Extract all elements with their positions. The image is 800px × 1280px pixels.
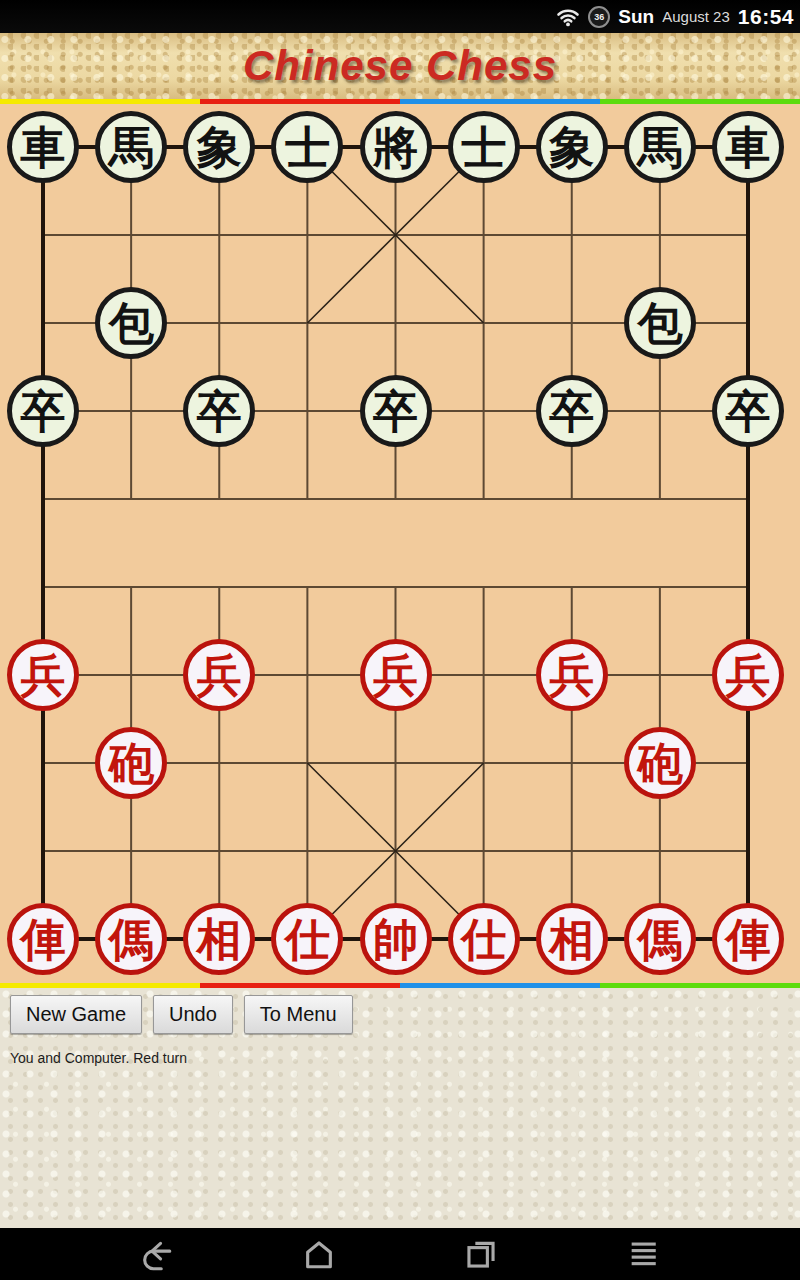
piece-red-soldier[interactable]: 兵 bbox=[712, 639, 784, 711]
android-nav-bar bbox=[0, 1228, 800, 1280]
piece-black-advisor[interactable]: 士 bbox=[448, 111, 520, 183]
button-row: New Game Undo To Menu bbox=[0, 988, 800, 1034]
piece-red-soldier[interactable]: 兵 bbox=[360, 639, 432, 711]
status-date: August 23 bbox=[662, 8, 730, 25]
piece-red-cannon[interactable]: 砲 bbox=[95, 727, 167, 799]
piece-black-horse[interactable]: 馬 bbox=[95, 111, 167, 183]
back-icon[interactable] bbox=[140, 1237, 174, 1271]
piece-black-soldier[interactable]: 卒 bbox=[360, 375, 432, 447]
piece-red-cannon[interactable]: 砲 bbox=[624, 727, 696, 799]
xiangqi-board[interactable]: 車馬象士將士象馬車包包卒卒卒卒卒兵兵兵兵兵砲砲俥傌相仕帥仕相傌俥 bbox=[0, 104, 800, 983]
piece-black-cannon[interactable]: 包 bbox=[624, 287, 696, 359]
piece-black-advisor[interactable]: 士 bbox=[271, 111, 343, 183]
control-panel: New Game Undo To Menu You and Computer. … bbox=[0, 988, 800, 1228]
game-status-text: You and Computer. Red turn bbox=[10, 1050, 800, 1066]
piece-red-soldier[interactable]: 兵 bbox=[7, 639, 79, 711]
piece-black-elephant[interactable]: 象 bbox=[536, 111, 608, 183]
piece-black-soldier[interactable]: 卒 bbox=[7, 375, 79, 447]
piece-red-advisor[interactable]: 仕 bbox=[448, 903, 520, 975]
wifi-icon bbox=[556, 5, 580, 29]
status-time: 16:54 bbox=[738, 5, 794, 29]
piece-black-horse[interactable]: 馬 bbox=[624, 111, 696, 183]
piece-red-elephant[interactable]: 相 bbox=[536, 903, 608, 975]
app-screen: 36 Sun August 23 16:54 Chinese Chess 車馬象… bbox=[0, 0, 800, 1280]
piece-black-cannon[interactable]: 包 bbox=[95, 287, 167, 359]
to-menu-button[interactable]: To Menu bbox=[244, 995, 353, 1034]
piece-black-general[interactable]: 將 bbox=[360, 111, 432, 183]
board-grid bbox=[0, 104, 800, 983]
battery-indicator: 36 bbox=[588, 6, 610, 28]
piece-red-soldier[interactable]: 兵 bbox=[536, 639, 608, 711]
piece-black-soldier[interactable]: 卒 bbox=[712, 375, 784, 447]
piece-red-chariot[interactable]: 俥 bbox=[712, 903, 784, 975]
recents-icon[interactable] bbox=[464, 1237, 498, 1271]
page-title: Chinese Chess bbox=[243, 42, 557, 90]
piece-red-soldier[interactable]: 兵 bbox=[183, 639, 255, 711]
piece-red-elephant[interactable]: 相 bbox=[183, 903, 255, 975]
piece-black-elephant[interactable]: 象 bbox=[183, 111, 255, 183]
piece-black-chariot[interactable]: 車 bbox=[712, 111, 784, 183]
piece-black-chariot[interactable]: 車 bbox=[7, 111, 79, 183]
battery-percent: 36 bbox=[594, 12, 604, 22]
piece-red-general[interactable]: 帥 bbox=[360, 903, 432, 975]
piece-red-advisor[interactable]: 仕 bbox=[271, 903, 343, 975]
menu-icon[interactable] bbox=[626, 1237, 660, 1271]
title-bar: Chinese Chess bbox=[0, 33, 800, 99]
status-day: Sun bbox=[618, 6, 654, 28]
new-game-button[interactable]: New Game bbox=[10, 995, 142, 1034]
undo-button[interactable]: Undo bbox=[153, 995, 233, 1034]
piece-red-chariot[interactable]: 俥 bbox=[7, 903, 79, 975]
piece-black-soldier[interactable]: 卒 bbox=[183, 375, 255, 447]
android-status-bar: 36 Sun August 23 16:54 bbox=[0, 0, 800, 33]
piece-red-horse[interactable]: 傌 bbox=[95, 903, 167, 975]
home-icon[interactable] bbox=[302, 1237, 336, 1271]
piece-black-soldier[interactable]: 卒 bbox=[536, 375, 608, 447]
piece-red-horse[interactable]: 傌 bbox=[624, 903, 696, 975]
